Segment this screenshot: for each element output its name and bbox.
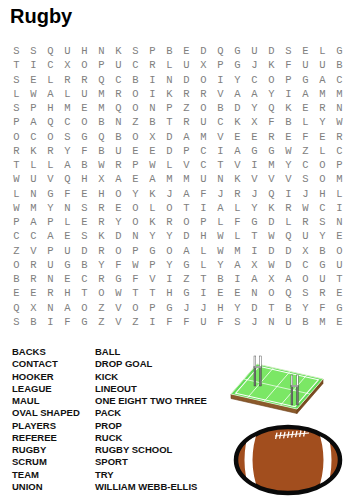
grid-cell: B [331,58,348,72]
grid-cell: I [246,158,263,172]
grid-cell: O [76,301,93,315]
word-list-item: CONTACT [12,358,95,370]
grid-cell: J [161,187,178,201]
grid-cell: K [229,172,246,186]
grid-cell: Q [93,130,110,144]
word-list-column-right: BALLDROP GOALKICKLINEOUTONE EIGHT TWO TH… [95,346,207,493]
grid-cell: Z [8,244,25,258]
word-list-item: PLAYERS [12,420,95,432]
word-list-item: PROP [95,420,207,432]
grid-cell: C [42,58,59,72]
grid-cell: C [297,158,314,172]
word-list-item: BACKS [12,346,95,358]
grid-cell: E [297,44,314,58]
grid-cell: A [25,215,42,229]
grid-cell: Z [127,315,144,329]
grid-cell: N [161,73,178,87]
grid-cell: Y [110,215,127,229]
grid-cell: P [42,244,59,258]
grid-cell: O [263,286,280,300]
word-list-item: RUGBY [12,444,95,456]
grid-cell: L [195,244,212,258]
grid-cell: A [229,144,246,158]
grid-cell: F [297,130,314,144]
grid-cell: P [280,73,297,87]
grid-cell: L [144,201,161,215]
grid-cell: P [25,101,42,115]
grid-cell: S [297,286,314,300]
grid-cell: G [229,58,246,72]
grid-cell: Y [314,229,331,243]
grid-cell: W [297,201,314,215]
grid-cell: R [25,272,42,286]
grid-cell: O [8,258,25,272]
grid-cell: R [178,115,195,129]
grid-cell: N [59,201,76,215]
grid-cell: B [212,101,229,115]
grid-cell: U [314,58,331,72]
grid-cell: U [246,44,263,58]
grid-cell: I [229,272,246,286]
grid-cell: S [297,172,314,186]
grid-cell: N [127,229,144,243]
grid-cell: X [25,301,42,315]
grid-cell: R [59,73,76,87]
grid-cell: X [195,58,212,72]
grid-cell: R [229,187,246,201]
grid-cell: T [178,201,195,215]
grid-cell: X [246,115,263,129]
grid-cell: L [25,158,42,172]
grid-cell: I [144,315,161,329]
grid-cell: H [195,229,212,243]
grid-cell: V [178,158,195,172]
grid-cell: B [76,258,93,272]
grid-cell: A [280,272,297,286]
grid-cell: R [42,286,59,300]
grid-cell: R [195,87,212,101]
grid-cell: F [59,315,76,329]
grid-cell: W [263,229,280,243]
grid-cell: E [76,215,93,229]
grid-cell: B [144,115,161,129]
grid-cell: R [93,215,110,229]
grid-cell: L [8,87,25,101]
grid-cell: N [212,172,229,186]
word-list-item: LEAGUE [12,383,95,395]
grid-cell: I [212,144,229,158]
grid-cell: L [331,187,348,201]
word-list-item: TEAM [12,469,95,481]
grid-cell: E [127,144,144,158]
grid-cell: S [314,215,331,229]
grid-cell: Q [8,301,25,315]
grid-cell: H [93,187,110,201]
grid-cell: Q [280,229,297,243]
grid-cell: L [8,187,25,201]
grid-cell: A [297,87,314,101]
word-list-item: SPORT [95,456,207,468]
grid-cell: B [297,315,314,329]
grid-cell: R [8,144,25,158]
grid-cell: H [76,44,93,58]
grid-cell: M [331,87,348,101]
grid-cell: O [178,215,195,229]
grid-cell: F [161,315,178,329]
grid-cell: P [93,58,110,72]
grid-cell: L [297,115,314,129]
grid-cell: D [178,229,195,243]
grid-cell: F [59,187,76,201]
grid-cell: R [93,201,110,215]
grid-cell: I [280,87,297,101]
rugby-ball-icon [230,422,346,498]
grid-cell: V [144,272,161,286]
grid-cell: J [246,315,263,329]
grid-cell: N [25,187,42,201]
grid-cell: R [314,286,331,300]
grid-cell: B [314,244,331,258]
grid-cell: L [229,229,246,243]
grid-cell: F [127,272,144,286]
grid-cell: S [280,44,297,58]
grid-cell: D [161,144,178,158]
grid-cell: P [127,158,144,172]
grid-cell: P [195,215,212,229]
grid-cell: Y [59,144,76,158]
grid-cell: W [212,244,229,258]
grid-cell: L [195,258,212,272]
grid-cell: O [314,158,331,172]
grid-cell: T [246,229,263,243]
grid-cell: U [195,115,212,129]
word-list-item: REFEREE [12,432,95,444]
grid-cell: O [161,201,178,215]
grid-cell: G [229,44,246,58]
grid-cell: A [25,115,42,129]
grid-cell: M [93,87,110,101]
grid-cell: U [331,258,348,272]
grid-cell: X [93,172,110,186]
grid-cell: A [110,172,127,186]
grid-cell: E [25,286,42,300]
grid-cell: C [297,258,314,272]
grid-cell: T [127,286,144,300]
grid-cell: C [195,158,212,172]
grid-cell: V [229,158,246,172]
grid-cell: R [25,258,42,272]
grid-cell: L [314,144,331,158]
grid-cell: M [314,87,331,101]
grid-cell: O [76,115,93,129]
grid-cell: R [110,158,127,172]
word-list-item: HOOKER [12,371,95,383]
grid-cell: Z [178,101,195,115]
grid-cell: C [25,130,42,144]
grid-cell: Z [178,272,195,286]
grid-cell: J [246,58,263,72]
grid-cell: D [263,244,280,258]
grid-cell: X [246,258,263,272]
grid-cell: R [263,130,280,144]
grid-cell: E [144,144,161,158]
word-list-item: SCRUM [12,456,95,468]
grid-cell: B [127,73,144,87]
grid-cell: K [110,44,127,58]
grid-cell: H [314,187,331,201]
grid-cell: E [331,229,348,243]
grid-cell: N [110,115,127,129]
grid-cell: Y [42,201,59,215]
grid-cell: K [93,229,110,243]
grid-cell: E [229,286,246,300]
grid-cell: B [280,115,297,129]
grid-cell: E [229,130,246,144]
word-list-column-left: BACKSCONTACTHOOKERLEAGUEMAULOVAL SHAPEDP… [12,346,95,493]
grid-cell: M [161,172,178,186]
grid-cell: B [8,272,25,286]
word-list-item: ONE EIGHT TWO THREE [95,395,207,407]
grid-cell: I [25,58,42,72]
grid-cell: K [280,101,297,115]
grid-cell: J [212,187,229,201]
grid-cell: S [8,315,25,329]
grid-cell: S [8,44,25,58]
grid-cell: O [93,286,110,300]
grid-cell: G [42,187,59,201]
grid-cell: R [144,58,161,72]
grid-cell: U [59,244,76,258]
grid-cell: K [144,187,161,201]
grid-cell: V [212,130,229,144]
grid-cell: N [93,44,110,58]
grid-cell: J [297,187,314,201]
word-list-item: PACK [95,407,207,419]
grid-cell: A [246,272,263,286]
word-list-item: KICK [95,371,207,383]
grid-cell: C [25,229,42,243]
grid-cell: N [263,315,280,329]
grid-cell: M [178,172,195,186]
grid-cell: L [161,58,178,72]
grid-cell: U [280,315,297,329]
grid-cell: O [8,130,25,144]
grid-cell: T [331,272,348,286]
grid-cell: S [59,130,76,144]
grid-cell: R [297,215,314,229]
grid-cell: O [127,87,144,101]
grid-cell: D [263,44,280,58]
grid-cell: Q [59,172,76,186]
grid-cell: R [76,73,93,87]
grid-cell: P [127,244,144,258]
word-list-item: OVAL SHAPED [12,407,95,419]
grid-cell: Y [246,101,263,115]
grid-cell: T [263,301,280,315]
grid-cell: H [76,172,93,186]
grid-cell: L [161,158,178,172]
grid-cell: P [144,258,161,272]
grid-cell: U [110,144,127,158]
grid-cell: U [195,172,212,186]
word-list-item: RUGBY SCHOOL [95,444,207,456]
grid-cell: Q [263,187,280,201]
grid-cell: R [331,130,348,144]
grid-cell: A [314,73,331,87]
grid-cell: O [76,58,93,72]
grid-cell: Y [229,73,246,87]
grid-cell: L [212,215,229,229]
grid-cell: W [93,158,110,172]
grid-cell: U [178,58,195,72]
grid-cell: X [144,130,161,144]
grid-cell: G [178,258,195,272]
grid-cell: W [263,258,280,272]
grid-cell: A [178,187,195,201]
grid-cell: C [59,115,76,129]
grid-cell: E [178,44,195,58]
grid-cell: C [331,73,348,87]
grid-cell: O [127,201,144,215]
grid-cell: I [195,201,212,215]
grid-cell: O [127,101,144,115]
grid-cell: C [127,58,144,72]
grid-cell: O [127,130,144,144]
grid-cell: M [314,315,331,329]
word-list-item: MAUL [12,395,95,407]
grid-cell: O [263,73,280,87]
grid-cell: E [59,272,76,286]
grid-cell: H [59,286,76,300]
grid-cell: G [246,215,263,229]
grid-cell: V [110,315,127,329]
grid-cell: O [127,215,144,229]
grid-cell: T [144,286,161,300]
grid-cell: U [59,44,76,58]
grid-cell: L [280,215,297,229]
word-search-grid: SSQUHNKSPBEDQGUDSELGTICXOPUCRLUXPGJKFUUB… [8,44,348,329]
grid-cell: G [110,272,127,286]
grid-cell: C [246,73,263,87]
grid-cell: A [59,301,76,315]
grid-cell: F [280,58,297,72]
grid-cell: H [42,101,59,115]
grid-cell: K [263,201,280,215]
grid-cell: L [59,215,76,229]
grid-cell: V [42,172,59,186]
grid-cell: O [297,272,314,286]
grid-cell: Y [229,301,246,315]
worksheet-page: Rugby SSQUHNKSPBEDQGUDSELGTICXOPUCRLUXPG… [0,0,353,500]
grid-cell: V [212,87,229,101]
grid-cell: O [161,244,178,258]
grid-cell: D [161,130,178,144]
grid-cell: K [161,87,178,101]
grid-cell: G [76,315,93,329]
grid-cell: E [297,101,314,115]
grid-cell: B [76,158,93,172]
grid-cell: Q [93,73,110,87]
grid-cell: G [263,144,280,158]
grid-cell: B [93,115,110,129]
grid-cell: V [280,172,297,186]
grid-cell: R [93,244,110,258]
rugby-pitch-graphic [224,348,328,414]
grid-cell: R [280,201,297,215]
grid-cell: F [195,187,212,201]
grid-cell: Y [297,301,314,315]
grid-cell: Q [42,44,59,58]
rugby-ball-graphic [230,422,346,498]
grid-cell: U [297,58,314,72]
grid-cell: I [144,73,161,87]
grid-cell: U [42,258,59,272]
grid-cell: E [110,201,127,215]
grid-cell: R [42,144,59,158]
grid-cell: D [280,258,297,272]
grid-cell: P [212,58,229,72]
grid-cell: W [280,144,297,158]
grid-cell: L [59,87,76,101]
grid-cell: A [229,87,246,101]
grid-cell: I [161,272,178,286]
grid-cell: A [178,130,195,144]
word-list-item: BALL [95,346,207,358]
grid-cell: C [212,115,229,129]
word-list-item: WILLIAM WEBB-ELLIS [95,481,207,493]
grid-cell: B [110,130,127,144]
grid-cell: T [161,115,178,129]
grid-cell: S [25,44,42,58]
grid-cell: A [42,87,59,101]
grid-cell: M [263,158,280,172]
grid-cell: E [331,315,348,329]
grid-cell: Z [93,315,110,329]
grid-cell: M [59,101,76,115]
grid-cell: Q [110,101,127,115]
grid-cell: Q [42,115,59,129]
word-list-item: DROP GOAL [95,358,207,370]
grid-cell: A [246,87,263,101]
grid-cell: Y [161,258,178,272]
grid-cell: P [144,301,161,315]
grid-cell: M [229,244,246,258]
grid-cell: G [144,244,161,258]
grid-cell: Q [212,44,229,58]
grid-cell: K [229,115,246,129]
grid-cell: B [280,301,297,315]
grid-cell: F [178,315,195,329]
grid-cell: W [8,172,25,186]
grid-cell: H [212,301,229,315]
grid-cell: N [42,272,59,286]
grid-cell: G [331,301,348,315]
grid-cell: Z [297,144,314,158]
grid-cell: F [212,315,229,329]
grid-cell: Z [93,301,110,315]
grid-cell: J [246,187,263,201]
grid-cell: Y [246,201,263,215]
grid-cell: I [280,187,297,201]
grid-cell: V [263,172,280,186]
grid-cell: E [280,130,297,144]
grid-cell: S [8,101,25,115]
grid-cell: A [212,201,229,215]
grid-cell: A [59,158,76,172]
grid-cell: Y [314,115,331,129]
grid-cell: N [144,101,161,115]
grid-cell: P [42,215,59,229]
